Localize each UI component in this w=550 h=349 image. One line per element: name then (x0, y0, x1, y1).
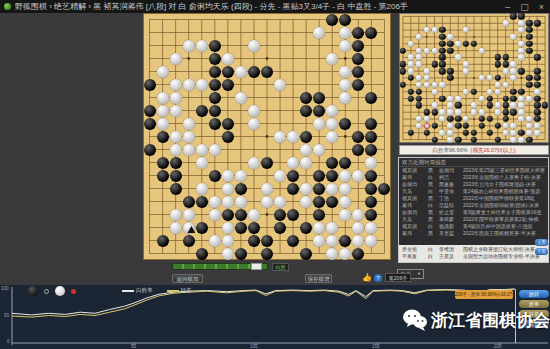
board-cell[interactable] (195, 78, 208, 91)
board-cell[interactable] (423, 54, 431, 61)
board-cell[interactable] (494, 136, 502, 143)
board-cell[interactable] (454, 129, 462, 136)
board-cell[interactable] (525, 122, 533, 129)
board-cell[interactable] (287, 143, 300, 156)
board-cell[interactable] (525, 13, 533, 20)
board-cell[interactable] (352, 169, 365, 182)
board-cell[interactable] (541, 34, 549, 41)
board-cell[interactable] (423, 129, 431, 136)
board-cell[interactable] (438, 34, 446, 41)
board-cell[interactable] (221, 26, 234, 39)
board-cell[interactable] (234, 156, 247, 169)
board-cell[interactable] (378, 130, 391, 143)
board-cell[interactable] (517, 13, 525, 20)
board-cell[interactable] (541, 40, 549, 47)
board-cell[interactable] (260, 117, 273, 130)
board-cell[interactable] (399, 75, 407, 82)
board-cell[interactable] (517, 109, 525, 116)
board-cell[interactable] (510, 129, 518, 136)
board-cell[interactable] (415, 54, 423, 61)
board-cell[interactable] (399, 61, 407, 68)
board-cell[interactable] (517, 75, 525, 82)
board-cell[interactable] (339, 117, 352, 130)
board-cell[interactable] (352, 208, 365, 221)
board-cell[interactable] (326, 91, 339, 104)
board-cell[interactable] (274, 195, 287, 208)
board-cell[interactable] (326, 117, 339, 130)
board-cell[interactable] (502, 47, 510, 54)
board-cell[interactable] (533, 109, 541, 116)
board-cell[interactable] (502, 34, 510, 41)
board-cell[interactable] (525, 27, 533, 34)
board-cell[interactable] (423, 47, 431, 54)
board-cell[interactable] (517, 129, 525, 136)
board-cell[interactable] (352, 130, 365, 143)
board-cell[interactable] (234, 234, 247, 247)
board-cell[interactable] (533, 13, 541, 20)
board-cell[interactable] (260, 234, 273, 247)
board-cell[interactable] (431, 34, 439, 41)
board-cell[interactable] (510, 122, 518, 129)
board-cell[interactable] (454, 61, 462, 68)
board-cell[interactable] (365, 52, 378, 65)
board-cell[interactable] (415, 136, 423, 143)
board-cell[interactable] (541, 116, 549, 123)
board-cell[interactable] (502, 122, 510, 129)
board-cell[interactable] (182, 234, 195, 247)
board-cell[interactable] (510, 116, 518, 123)
board-cell[interactable] (541, 47, 549, 54)
board-cell[interactable] (486, 109, 494, 116)
board-cell[interactable] (470, 116, 478, 123)
board-cell[interactable] (533, 102, 541, 109)
board-cell[interactable] (287, 234, 300, 247)
board-cell[interactable] (423, 20, 431, 27)
board-cell[interactable] (478, 13, 486, 20)
board-cell[interactable] (365, 26, 378, 39)
board-cell[interactable] (431, 88, 439, 95)
board-cell[interactable] (470, 75, 478, 82)
board-cell[interactable] (247, 234, 260, 247)
board-cell[interactable] (300, 143, 313, 156)
board-cell[interactable] (517, 47, 525, 54)
board-cell[interactable] (446, 34, 454, 41)
board-cell[interactable] (156, 130, 169, 143)
board-cell[interactable] (438, 13, 446, 20)
board-cell[interactable] (260, 208, 273, 221)
board-cell[interactable] (313, 247, 326, 260)
board-cell[interactable] (533, 20, 541, 27)
board-cell[interactable] (415, 81, 423, 88)
board-cell[interactable] (533, 40, 541, 47)
board-cell[interactable] (300, 208, 313, 221)
board-cell[interactable] (494, 109, 502, 116)
board-cell[interactable] (533, 68, 541, 75)
board-cell[interactable] (478, 75, 486, 82)
board-cell[interactable] (274, 39, 287, 52)
board-cell[interactable] (234, 143, 247, 156)
board-cell[interactable] (454, 27, 462, 34)
board-cell[interactable] (221, 169, 234, 182)
board-cell[interactable] (502, 61, 510, 68)
board-cell[interactable] (352, 104, 365, 117)
board-cell[interactable] (313, 221, 326, 234)
board-cell[interactable] (415, 61, 423, 68)
board-cell[interactable] (378, 117, 391, 130)
board-cell[interactable] (326, 39, 339, 52)
board-cell[interactable] (339, 91, 352, 104)
board-cell[interactable] (300, 247, 313, 260)
board-cell[interactable] (446, 95, 454, 102)
board-cell[interactable] (326, 26, 339, 39)
board-cell[interactable] (533, 75, 541, 82)
board-cell[interactable] (260, 195, 273, 208)
board-cell[interactable] (247, 169, 260, 182)
board-cell[interactable] (502, 68, 510, 75)
board-cell[interactable] (313, 52, 326, 65)
board-cell[interactable] (352, 78, 365, 91)
board-cell[interactable] (339, 169, 352, 182)
board-cell[interactable] (169, 195, 182, 208)
board-cell[interactable] (365, 208, 378, 221)
main-go-board[interactable] (143, 13, 391, 260)
game-record-row[interactable]: 蒋伟黑芈昱廷2022年西南王围棋精英赛-半决赛 (399, 230, 548, 237)
board-cell[interactable] (462, 102, 470, 109)
board-cell[interactable] (510, 13, 518, 20)
board-cell[interactable] (313, 156, 326, 169)
jump-button[interactable]: 跳转 (519, 290, 549, 298)
board-cell[interactable] (195, 104, 208, 117)
board-cell[interactable] (541, 27, 549, 34)
board-cell[interactable] (486, 34, 494, 41)
board-cell[interactable] (195, 91, 208, 104)
board-cell[interactable] (415, 40, 423, 47)
board-cell[interactable] (502, 136, 510, 143)
game-record-row[interactable]: 褚其润白杨鼎新第4届应氏杯中国选拔赛-八强战 (399, 223, 548, 230)
board-cell[interactable] (221, 78, 234, 91)
board-cell[interactable] (438, 40, 446, 47)
board-cell[interactable] (462, 109, 470, 116)
board-cell[interactable] (378, 91, 391, 104)
board-cell[interactable] (182, 39, 195, 52)
board-cell[interactable] (431, 13, 439, 20)
board-cell[interactable] (169, 52, 182, 65)
board-cell[interactable] (494, 40, 502, 47)
board-cell[interactable] (399, 116, 407, 123)
board-cell[interactable] (399, 95, 407, 102)
board-cell[interactable] (287, 26, 300, 39)
board-cell[interactable] (486, 136, 494, 143)
board-cell[interactable] (182, 143, 195, 156)
board-cell[interactable] (156, 91, 169, 104)
board-cell[interactable] (313, 39, 326, 52)
board-cell[interactable] (287, 65, 300, 78)
board-cell[interactable] (470, 129, 478, 136)
board-cell[interactable] (274, 13, 287, 26)
board-cell[interactable] (525, 95, 533, 102)
board-cell[interactable] (378, 143, 391, 156)
board-cell[interactable] (208, 234, 221, 247)
board-cell[interactable] (462, 54, 470, 61)
board-cell[interactable] (533, 34, 541, 41)
board-cell[interactable] (541, 122, 549, 129)
board-cell[interactable] (470, 109, 478, 116)
board-cell[interactable] (143, 221, 156, 234)
board-cell[interactable] (470, 40, 478, 47)
board-cell[interactable] (478, 95, 486, 102)
board-cell[interactable] (525, 116, 533, 123)
board-cell[interactable] (169, 13, 182, 26)
board-cell[interactable] (156, 52, 169, 65)
board-cell[interactable] (260, 104, 273, 117)
board-cell[interactable] (541, 88, 549, 95)
board-cell[interactable] (510, 27, 518, 34)
board-cell[interactable] (454, 13, 462, 20)
board-cell[interactable] (287, 13, 300, 26)
board-cell[interactable] (156, 143, 169, 156)
board-cell[interactable] (431, 68, 439, 75)
board-cell[interactable] (399, 102, 407, 109)
board-cell[interactable] (462, 88, 470, 95)
board-cell[interactable] (287, 78, 300, 91)
board-cell[interactable] (423, 68, 431, 75)
board-cell[interactable] (407, 68, 415, 75)
board-cell[interactable] (195, 221, 208, 234)
board-cell[interactable] (423, 95, 431, 102)
board-cell[interactable] (287, 195, 300, 208)
board-cell[interactable] (313, 104, 326, 117)
board-cell[interactable] (454, 122, 462, 129)
board-cell[interactable] (423, 136, 431, 143)
board-cell[interactable] (438, 75, 446, 82)
board-cell[interactable] (247, 13, 260, 26)
board-cell[interactable] (143, 91, 156, 104)
board-cell[interactable] (365, 104, 378, 117)
board-cell[interactable] (300, 104, 313, 117)
board-cell[interactable] (247, 91, 260, 104)
board-cell[interactable] (494, 81, 502, 88)
board-cell[interactable] (541, 68, 549, 75)
board-cell[interactable] (423, 81, 431, 88)
board-cell[interactable] (234, 117, 247, 130)
board-cell[interactable] (247, 182, 260, 195)
board-cell[interactable] (208, 208, 221, 221)
board-cell[interactable] (415, 27, 423, 34)
board-cell[interactable] (339, 143, 352, 156)
board-cell[interactable] (533, 95, 541, 102)
board-cell[interactable] (407, 136, 415, 143)
board-cell[interactable] (423, 102, 431, 109)
board-cell[interactable] (541, 109, 549, 116)
board-cell[interactable] (260, 247, 273, 260)
board-cell[interactable] (517, 95, 525, 102)
board-cell[interactable] (517, 116, 525, 123)
board-cell[interactable] (182, 247, 195, 260)
board-cell[interactable] (431, 109, 439, 116)
board-cell[interactable] (326, 130, 339, 143)
board-cell[interactable] (300, 13, 313, 26)
board-cell[interactable] (438, 61, 446, 68)
board-cell[interactable] (438, 102, 446, 109)
board-cell[interactable] (182, 221, 195, 234)
page-up-button[interactable]: 上页 (535, 239, 548, 246)
board-cell[interactable] (156, 234, 169, 247)
board-cell[interactable] (407, 95, 415, 102)
board-cell[interactable] (143, 39, 156, 52)
board-cell[interactable] (502, 81, 510, 88)
board-cell[interactable] (313, 65, 326, 78)
board-cell[interactable] (399, 129, 407, 136)
board-cell[interactable] (260, 78, 273, 91)
board-cell[interactable] (446, 129, 454, 136)
board-cell[interactable] (300, 156, 313, 169)
board-cell[interactable] (486, 88, 494, 95)
board-cell[interactable] (300, 78, 313, 91)
board-cell[interactable] (399, 68, 407, 75)
board-cell[interactable] (454, 81, 462, 88)
board-cell[interactable] (195, 234, 208, 247)
board-cell[interactable] (195, 65, 208, 78)
board-cell[interactable] (352, 195, 365, 208)
board-cell[interactable] (446, 136, 454, 143)
board-cell[interactable] (494, 102, 502, 109)
board-cell[interactable] (541, 20, 549, 27)
board-cell[interactable] (169, 117, 182, 130)
board-cell[interactable] (478, 136, 486, 143)
board-cell[interactable] (300, 182, 313, 195)
board-cell[interactable] (221, 208, 234, 221)
board-cell[interactable] (221, 247, 234, 260)
board-cell[interactable] (287, 182, 300, 195)
board-cell[interactable] (462, 13, 470, 20)
board-cell[interactable] (169, 208, 182, 221)
board-cell[interactable] (478, 102, 486, 109)
board-cell[interactable] (431, 95, 439, 102)
board-cell[interactable] (274, 169, 287, 182)
board-cell[interactable] (415, 34, 423, 41)
board-cell[interactable] (454, 102, 462, 109)
board-cell[interactable] (407, 34, 415, 41)
board-cell[interactable] (182, 13, 195, 26)
board-cell[interactable] (423, 75, 431, 82)
board-cell[interactable] (470, 20, 478, 27)
board-cell[interactable] (287, 247, 300, 260)
board-cell[interactable] (260, 91, 273, 104)
board-cell[interactable] (274, 143, 287, 156)
board-cell[interactable] (260, 221, 273, 234)
board-cell[interactable] (352, 234, 365, 247)
board-cell[interactable] (182, 91, 195, 104)
board-cell[interactable] (313, 13, 326, 26)
board-cell[interactable] (300, 234, 313, 247)
board-cell[interactable] (208, 221, 221, 234)
board-cell[interactable] (533, 27, 541, 34)
board-cell[interactable] (208, 13, 221, 26)
board-cell[interactable] (415, 88, 423, 95)
board-cell[interactable] (415, 109, 423, 116)
board-cell[interactable] (169, 130, 182, 143)
board-cell[interactable] (502, 129, 510, 136)
board-cell[interactable] (517, 40, 525, 47)
board-cell[interactable] (378, 234, 391, 247)
board-cell[interactable] (169, 156, 182, 169)
board-cell[interactable] (339, 65, 352, 78)
board-cell[interactable] (274, 156, 287, 169)
board-cell[interactable] (438, 129, 446, 136)
board-cell[interactable] (195, 26, 208, 39)
white-stone-toggle[interactable] (55, 286, 65, 296)
board-cell[interactable] (208, 104, 221, 117)
board-cell[interactable] (407, 129, 415, 136)
board-cell[interactable] (339, 52, 352, 65)
board-cell[interactable] (407, 40, 415, 47)
board-cell[interactable] (247, 221, 260, 234)
mini-go-board[interactable] (399, 13, 549, 143)
board-cell[interactable] (454, 47, 462, 54)
board-cell[interactable] (156, 221, 169, 234)
board-cell[interactable] (431, 61, 439, 68)
board-cell[interactable] (339, 39, 352, 52)
board-cell[interactable] (287, 156, 300, 169)
board-cell[interactable] (407, 20, 415, 27)
board-cell[interactable] (517, 102, 525, 109)
board-cell[interactable] (470, 27, 478, 34)
board-cell[interactable] (156, 208, 169, 221)
board-cell[interactable] (446, 68, 454, 75)
board-cell[interactable] (446, 102, 454, 109)
board-cell[interactable] (274, 78, 287, 91)
board-cell[interactable] (478, 20, 486, 27)
board-cell[interactable] (502, 102, 510, 109)
board-cell[interactable] (378, 208, 391, 221)
board-cell[interactable] (287, 117, 300, 130)
board-cell[interactable] (486, 20, 494, 27)
board-cell[interactable] (478, 40, 486, 47)
slider-handle[interactable] (251, 263, 262, 270)
board-cell[interactable] (478, 122, 486, 129)
board-cell[interactable] (462, 116, 470, 123)
board-cell[interactable] (541, 129, 549, 136)
board-cell[interactable] (143, 247, 156, 260)
board-cell[interactable] (182, 182, 195, 195)
board-cell[interactable] (365, 39, 378, 52)
board-cell[interactable] (431, 129, 439, 136)
board-cell[interactable] (195, 208, 208, 221)
board-cell[interactable] (274, 208, 287, 221)
board-cell[interactable] (234, 208, 247, 221)
board-cell[interactable] (300, 91, 313, 104)
help-icon[interactable]: ? (374, 274, 382, 282)
board-cell[interactable] (260, 13, 273, 26)
board-cell[interactable] (486, 68, 494, 75)
board-cell[interactable] (486, 75, 494, 82)
board-cell[interactable] (260, 52, 273, 65)
board-cell[interactable] (407, 81, 415, 88)
board-cell[interactable] (378, 26, 391, 39)
board-cell[interactable] (502, 40, 510, 47)
board-cell[interactable] (438, 68, 446, 75)
board-cell[interactable] (454, 68, 462, 75)
board-cell[interactable] (208, 91, 221, 104)
board-cell[interactable] (431, 20, 439, 27)
board-cell[interactable] (454, 34, 462, 41)
board-cell[interactable] (478, 34, 486, 41)
board-cell[interactable] (438, 54, 446, 61)
board-cell[interactable] (326, 221, 339, 234)
board-cell[interactable] (247, 247, 260, 260)
board-cell[interactable] (313, 143, 326, 156)
board-cell[interactable] (378, 104, 391, 117)
